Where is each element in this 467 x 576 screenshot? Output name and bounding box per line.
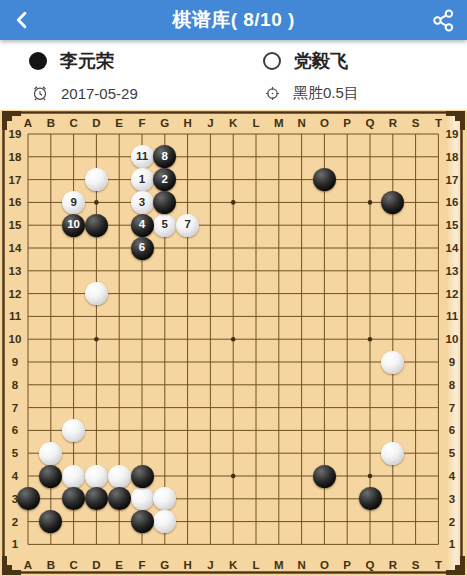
alarm-clock-icon	[31, 84, 49, 102]
stone-white-G3	[153, 487, 176, 510]
move-number-label: 8	[162, 151, 168, 163]
white-player-name: 党毅飞	[294, 49, 348, 73]
black-player-row: 李元荣	[29, 49, 114, 73]
stone-white-R5	[381, 442, 404, 465]
back-button[interactable]	[0, 0, 44, 40]
stone-white-D4	[85, 465, 108, 488]
stone-white-F18-move-11: 11	[131, 145, 154, 168]
app-window: 棋谱库( 8/10 ) 李元荣 党毅飞	[0, 0, 467, 576]
stone-black-B2	[39, 510, 62, 533]
game-result-row: 黑胜0.5目	[264, 84, 359, 103]
page-title: 棋谱库( 8/10 )	[0, 7, 467, 33]
share-button[interactable]	[419, 0, 467, 40]
stone-white-D12	[85, 282, 108, 305]
stone-white-F17-move-1: 1	[131, 168, 154, 191]
stone-black-O4	[313, 465, 336, 488]
stone-black-F14-move-6: 6	[131, 237, 154, 260]
stone-black-C15-move-10: 10	[62, 214, 85, 237]
move-number-label: 5	[162, 219, 168, 231]
move-number-label: 9	[70, 197, 76, 209]
game-date: 2017-05-29	[61, 85, 138, 102]
stone-black-G16	[153, 191, 176, 214]
stone-black-D15	[85, 214, 108, 237]
stone-black-Q3	[359, 487, 382, 510]
stone-white-G2	[153, 510, 176, 533]
move-number-label: 4	[139, 219, 145, 231]
stone-black-D3	[85, 487, 108, 510]
back-chevron-icon	[12, 10, 32, 30]
stone-black-O17	[313, 168, 336, 191]
move-number-label: 7	[184, 219, 190, 231]
stone-white-B5	[39, 442, 62, 465]
stone-white-F16-move-3: 3	[131, 191, 154, 214]
black-stone-icon	[29, 52, 47, 70]
stone-black-B4	[39, 465, 62, 488]
stone-black-F4	[131, 465, 154, 488]
black-player-name: 李元荣	[60, 49, 114, 73]
move-number-label: 2	[162, 174, 168, 186]
game-date-row: 2017-05-29	[31, 84, 138, 102]
white-stone-icon	[263, 52, 281, 70]
stone-black-G18-move-8: 8	[153, 145, 176, 168]
stone-white-R9	[381, 351, 404, 374]
stone-white-C16-move-9: 9	[62, 191, 85, 214]
title-bar: 棋谱库( 8/10 )	[0, 0, 467, 40]
stone-black-F2	[131, 510, 154, 533]
stone-white-C4	[62, 465, 85, 488]
stone-black-C3	[62, 487, 85, 510]
stone-black-G17-move-2: 2	[153, 168, 176, 191]
move-number-label: 1	[139, 174, 145, 186]
stones-layer: 1113957821046	[0, 110, 467, 576]
go-board[interactable]: AABBCCDDEEFFGGHHJJKKLLMMNNOOPPQQRRSSTT19…	[0, 110, 467, 576]
stone-black-R16	[381, 191, 404, 214]
move-number-label: 11	[136, 151, 148, 163]
stone-white-G15-move-5: 5	[153, 214, 176, 237]
stone-white-D17	[85, 168, 108, 191]
stone-black-F15-move-4: 4	[131, 214, 154, 237]
white-player-row: 党毅飞	[263, 49, 348, 73]
move-number-label: 6	[139, 242, 145, 254]
stone-white-E4	[108, 465, 131, 488]
stone-black-A3	[17, 487, 40, 510]
result-target-icon	[264, 85, 281, 102]
stone-white-F3	[131, 487, 154, 510]
move-number-label: 3	[139, 197, 145, 209]
game-result: 黑胜0.5目	[293, 84, 359, 103]
stone-white-H15-move-7: 7	[176, 214, 199, 237]
stone-black-E3	[108, 487, 131, 510]
stone-white-C6	[62, 419, 85, 442]
share-icon	[431, 8, 456, 33]
game-info-panel: 李元荣 党毅飞 2017-05-29	[0, 40, 467, 110]
move-number-label: 10	[67, 219, 80, 231]
